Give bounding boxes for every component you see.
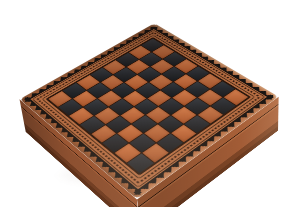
square-f1[interactable] bbox=[103, 134, 128, 152]
board-top bbox=[20, 23, 279, 199]
square-f3[interactable] bbox=[132, 115, 157, 132]
square-e1[interactable] bbox=[91, 124, 116, 142]
chess-case bbox=[20, 23, 279, 199]
square-g5[interactable] bbox=[172, 106, 197, 123]
square-e3[interactable] bbox=[120, 107, 144, 124]
scene bbox=[0, 0, 290, 207]
square-h6[interactable] bbox=[198, 106, 223, 123]
square-f2[interactable] bbox=[118, 124, 143, 142]
square-h3[interactable] bbox=[157, 133, 183, 151]
square-c1[interactable] bbox=[69, 107, 93, 124]
square-h4[interactable] bbox=[171, 124, 196, 142]
square-f4[interactable] bbox=[146, 106, 171, 123]
square-h5[interactable] bbox=[185, 115, 210, 132]
square-h1[interactable] bbox=[127, 153, 153, 173]
square-d1[interactable] bbox=[80, 116, 105, 133]
square-d2[interactable] bbox=[94, 107, 118, 124]
square-h7[interactable] bbox=[211, 97, 236, 113]
square-g2[interactable] bbox=[130, 134, 156, 152]
square-e4[interactable] bbox=[134, 98, 158, 114]
square-g3[interactable] bbox=[144, 124, 169, 142]
square-e2[interactable] bbox=[106, 115, 131, 132]
square-g4[interactable] bbox=[158, 115, 183, 132]
square-g1[interactable] bbox=[115, 143, 141, 162]
square-f5[interactable] bbox=[160, 98, 184, 114]
product-photo-stage bbox=[0, 0, 290, 207]
square-h2[interactable] bbox=[142, 143, 168, 162]
square-g6[interactable] bbox=[185, 97, 209, 113]
